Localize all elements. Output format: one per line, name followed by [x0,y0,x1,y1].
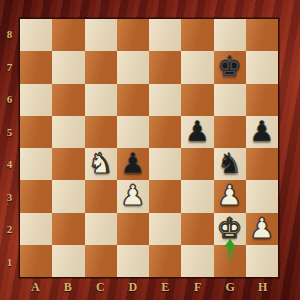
rank-label-7: 7 [0,51,19,84]
rank-labels: 87654321 [0,18,19,278]
square-b5[interactable] [52,116,84,148]
square-b1[interactable] [52,245,84,277]
square-g7[interactable]: ♚ [214,51,246,83]
square-e1[interactable] [149,245,181,277]
square-e4[interactable] [149,148,181,180]
white-pawn[interactable]: ♟ [217,182,242,210]
square-a5[interactable] [20,116,52,148]
square-c5[interactable] [85,116,117,148]
square-g5[interactable] [214,116,246,148]
square-b6[interactable] [52,84,84,116]
square-c6[interactable] [85,84,117,116]
black-pawn[interactable]: ♟ [185,118,210,146]
square-h1[interactable] [246,245,278,277]
square-b8[interactable] [52,19,84,51]
black-pawn[interactable]: ♟ [120,150,145,178]
square-c1[interactable] [85,245,117,277]
file-labels: ABCDEFGH [19,277,279,297]
file-label-c: C [84,277,117,297]
square-d2[interactable] [117,213,149,245]
square-d6[interactable] [117,84,149,116]
square-a2[interactable] [20,213,52,245]
square-g1[interactable] [214,245,246,277]
square-f5[interactable]: ♟ [181,116,213,148]
square-h2[interactable]: ♟ [246,213,278,245]
square-e6[interactable] [149,84,181,116]
square-c8[interactable] [85,19,117,51]
rank-label-1: 1 [0,246,19,279]
black-pawn[interactable]: ♟ [249,118,274,146]
square-c7[interactable] [85,51,117,83]
square-e8[interactable] [149,19,181,51]
square-f4[interactable] [181,148,213,180]
square-c3[interactable] [85,180,117,212]
square-e7[interactable] [149,51,181,83]
square-g4[interactable]: ♞ [214,148,246,180]
chess-app-board: 87654321 ♚♟♟♞♟♞♟♟♚♟ ABCDEFGH [0,0,300,300]
square-d1[interactable] [117,245,149,277]
white-knight[interactable]: ♞ [88,150,113,178]
square-h6[interactable] [246,84,278,116]
square-a1[interactable] [20,245,52,277]
square-d7[interactable] [117,51,149,83]
rank-label-2: 2 [0,213,19,246]
square-h8[interactable] [246,19,278,51]
square-f8[interactable] [181,19,213,51]
square-b2[interactable] [52,213,84,245]
square-f2[interactable] [181,213,213,245]
square-b7[interactable] [52,51,84,83]
square-d8[interactable] [117,19,149,51]
file-label-d: D [117,277,150,297]
square-a8[interactable] [20,19,52,51]
rank-label-6: 6 [0,83,19,116]
square-f6[interactable] [181,84,213,116]
square-b4[interactable] [52,148,84,180]
rank-label-3: 3 [0,181,19,214]
square-d4[interactable]: ♟ [117,148,149,180]
square-c2[interactable] [85,213,117,245]
square-g2[interactable]: ♚ [214,213,246,245]
square-e3[interactable] [149,180,181,212]
square-f7[interactable] [181,51,213,83]
square-h7[interactable] [246,51,278,83]
square-b3[interactable] [52,180,84,212]
square-a3[interactable] [20,180,52,212]
square-g6[interactable] [214,84,246,116]
file-label-f: F [182,277,215,297]
black-king[interactable]: ♚ [217,53,242,81]
square-a4[interactable] [20,148,52,180]
square-d3[interactable]: ♟ [117,180,149,212]
square-h3[interactable] [246,180,278,212]
square-f1[interactable] [181,245,213,277]
square-a6[interactable] [20,84,52,116]
file-label-g: G [214,277,247,297]
rank-label-4: 4 [0,148,19,181]
black-knight[interactable]: ♞ [217,150,242,178]
white-king[interactable]: ♚ [217,215,242,243]
file-label-b: B [52,277,85,297]
file-label-e: E [149,277,182,297]
rank-label-5: 5 [0,116,19,149]
square-c4[interactable]: ♞ [85,148,117,180]
square-d5[interactable] [117,116,149,148]
square-g3[interactable]: ♟ [214,180,246,212]
square-f3[interactable] [181,180,213,212]
square-e5[interactable] [149,116,181,148]
square-h5[interactable]: ♟ [246,116,278,148]
file-label-a: A [19,277,52,297]
white-pawn[interactable]: ♟ [249,215,274,243]
white-pawn[interactable]: ♟ [120,182,145,210]
square-e2[interactable] [149,213,181,245]
chessboard[interactable]: ♚♟♟♞♟♞♟♟♚♟ [19,18,279,278]
square-g8[interactable] [214,19,246,51]
file-label-h: H [247,277,280,297]
square-a7[interactable] [20,51,52,83]
rank-label-8: 8 [0,18,19,51]
square-h4[interactable] [246,148,278,180]
